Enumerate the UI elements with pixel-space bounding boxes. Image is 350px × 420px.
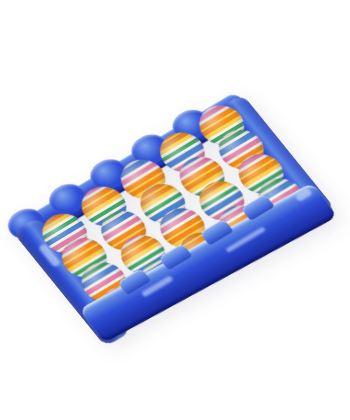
rollers-group (17, 95, 233, 225)
ball-roller-tray (17, 95, 327, 341)
product-photo-canvas (0, 0, 350, 420)
